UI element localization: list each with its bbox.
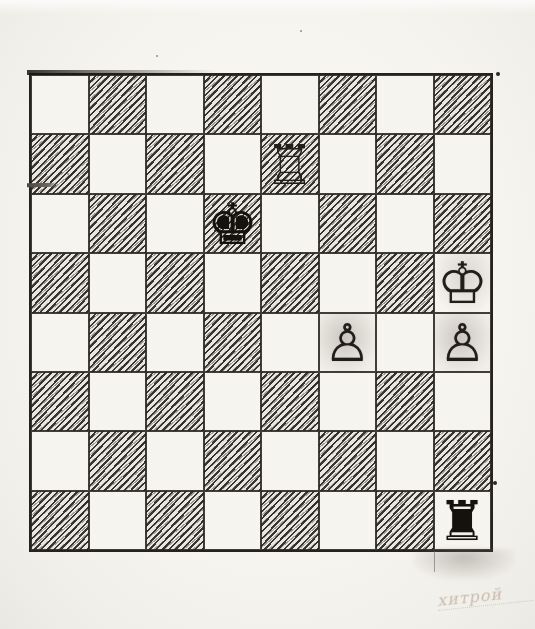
square-a3[interactable] [31, 372, 89, 431]
square-f3[interactable] [319, 372, 377, 431]
square-b3[interactable] [89, 372, 147, 431]
square-d3[interactable] [204, 372, 262, 431]
corner-dot [493, 481, 497, 485]
square-g4[interactable] [376, 313, 434, 372]
square-e7[interactable]: ♖ [261, 134, 319, 193]
white-pawn-f4[interactable]: ♙ [324, 317, 371, 369]
pencil-wash [414, 549, 514, 579]
square-h8[interactable] [434, 75, 492, 134]
square-d8[interactable] [204, 75, 262, 134]
square-e6[interactable] [261, 194, 319, 253]
square-c5[interactable] [146, 253, 204, 312]
ink-stroke-artifact [27, 70, 217, 75]
square-f5[interactable] [319, 253, 377, 312]
square-a4[interactable] [31, 313, 89, 372]
square-a1[interactable] [31, 491, 89, 550]
square-f2[interactable] [319, 431, 377, 490]
white-king-h5[interactable]: ♔ [437, 255, 488, 312]
square-e5[interactable] [261, 253, 319, 312]
square-g6[interactable] [376, 194, 434, 253]
square-d1[interactable] [204, 491, 262, 550]
square-a8[interactable] [31, 75, 89, 134]
square-e8[interactable] [261, 75, 319, 134]
square-b8[interactable] [89, 75, 147, 134]
paper-speck [300, 30, 302, 32]
square-g5[interactable] [376, 253, 434, 312]
black-rook-h1[interactable]: ♜ [438, 494, 487, 549]
square-h7[interactable] [434, 134, 492, 193]
square-c4[interactable] [146, 313, 204, 372]
square-d4[interactable] [204, 313, 262, 372]
square-f6[interactable] [319, 194, 377, 253]
white-rook-e7[interactable]: ♖ [265, 138, 314, 193]
square-c1[interactable] [146, 491, 204, 550]
square-g3[interactable] [376, 372, 434, 431]
black-king-d6[interactable]: ♚ [207, 196, 258, 253]
square-b7[interactable] [89, 134, 147, 193]
square-d6[interactable]: ♚ [204, 194, 262, 253]
square-b1[interactable] [89, 491, 147, 550]
handwritten-note: хитрой [436, 581, 534, 611]
square-f7[interactable] [319, 134, 377, 193]
square-f4[interactable]: ♙ [319, 313, 377, 372]
square-h6[interactable] [434, 194, 492, 253]
square-c8[interactable] [146, 75, 204, 134]
corner-dot [496, 72, 500, 76]
square-h5[interactable]: ♔ [434, 253, 492, 312]
square-b4[interactable] [89, 313, 147, 372]
square-b5[interactable] [89, 253, 147, 312]
square-g7[interactable] [376, 134, 434, 193]
square-g8[interactable] [376, 75, 434, 134]
square-a2[interactable] [31, 431, 89, 490]
square-e3[interactable] [261, 372, 319, 431]
square-b2[interactable] [89, 431, 147, 490]
square-c7[interactable] [146, 134, 204, 193]
square-a5[interactable] [31, 253, 89, 312]
square-d5[interactable] [204, 253, 262, 312]
square-d2[interactable] [204, 431, 262, 490]
square-e4[interactable] [261, 313, 319, 372]
white-pawn-h4[interactable]: ♙ [439, 317, 486, 369]
square-h2[interactable] [434, 431, 492, 490]
paper-speck [67, 173, 69, 175]
paper-speck [156, 55, 158, 57]
square-c3[interactable] [146, 372, 204, 431]
square-g2[interactable] [376, 431, 434, 490]
square-b6[interactable] [89, 194, 147, 253]
square-h4[interactable]: ♙ [434, 313, 492, 372]
square-e1[interactable] [261, 491, 319, 550]
square-d7[interactable] [204, 134, 262, 193]
square-g1[interactable] [376, 491, 434, 550]
square-c6[interactable] [146, 194, 204, 253]
paper-background: ♖♚♔♙♙♜ хитрой [0, 0, 535, 629]
square-h1[interactable]: ♜ [434, 491, 492, 550]
square-c2[interactable] [146, 431, 204, 490]
ink-smudge [27, 183, 58, 188]
square-f8[interactable] [319, 75, 377, 134]
chess-board: ♖♚♔♙♙♜ [29, 73, 493, 552]
square-e2[interactable] [261, 431, 319, 490]
square-f1[interactable] [319, 491, 377, 550]
square-h3[interactable] [434, 372, 492, 431]
square-a6[interactable] [31, 194, 89, 253]
